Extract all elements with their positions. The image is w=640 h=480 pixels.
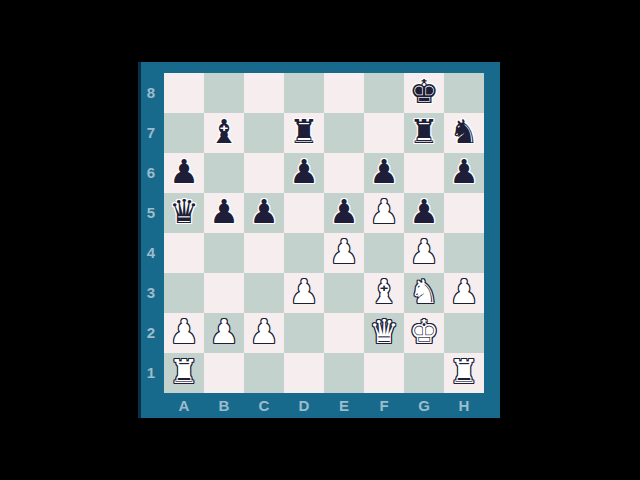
square-d5[interactable]: [284, 193, 324, 233]
square-b1[interactable]: [204, 353, 244, 393]
square-g6[interactable]: [404, 153, 444, 193]
piece-bP-a6[interactable]: ♟: [169, 153, 199, 192]
square-b6[interactable]: [204, 153, 244, 193]
square-f8[interactable]: [364, 73, 404, 113]
square-h1[interactable]: ♜: [444, 353, 484, 393]
chess-board: ♚♝♜♜♞♟♟♟♟♛♟♟♟♟♟♟♟♟♝♞♟♟♟♟♛♚♜♜: [164, 73, 484, 393]
piece-bP-b5[interactable]: ♟: [209, 193, 239, 232]
square-h7[interactable]: ♞: [444, 113, 484, 153]
piece-wB-f3[interactable]: ♝: [369, 273, 399, 312]
piece-wP-f5[interactable]: ♟: [369, 193, 399, 232]
piece-bP-g5[interactable]: ♟: [409, 193, 439, 232]
square-f5[interactable]: ♟: [364, 193, 404, 233]
square-d3[interactable]: ♟: [284, 273, 324, 313]
square-c8[interactable]: [244, 73, 284, 113]
piece-bP-f6[interactable]: ♟: [369, 153, 399, 192]
rank-label-3: 3: [141, 273, 161, 313]
square-d1[interactable]: [284, 353, 324, 393]
rank-label-6: 6: [141, 153, 161, 193]
square-a5[interactable]: ♛: [164, 193, 204, 233]
square-b2[interactable]: ♟: [204, 313, 244, 353]
piece-bP-e5[interactable]: ♟: [329, 193, 359, 232]
file-label-g: G: [404, 393, 444, 418]
square-a1[interactable]: ♜: [164, 353, 204, 393]
piece-bP-c5[interactable]: ♟: [249, 193, 279, 232]
square-h5[interactable]: [444, 193, 484, 233]
square-g3[interactable]: ♞: [404, 273, 444, 313]
piece-wP-a2[interactable]: ♟: [169, 313, 199, 352]
square-g8[interactable]: ♚: [404, 73, 444, 113]
piece-wR-a1[interactable]: ♜: [169, 353, 199, 392]
piece-bR-d7[interactable]: ♜: [289, 113, 319, 152]
letterbox-background: 87654321 ♚♝♜♜♞♟♟♟♟♛♟♟♟♟♟♟♟♟♝♞♟♟♟♟♛♚♜♜ AB…: [0, 0, 640, 480]
square-c4[interactable]: [244, 233, 284, 273]
square-a4[interactable]: [164, 233, 204, 273]
square-g4[interactable]: ♟: [404, 233, 444, 273]
square-e8[interactable]: [324, 73, 364, 113]
piece-wK-g2[interactable]: ♚: [409, 313, 439, 352]
piece-bN-h7[interactable]: ♞: [449, 113, 479, 152]
piece-wP-h3[interactable]: ♟: [449, 273, 479, 312]
rank-label-8: 8: [141, 73, 161, 113]
piece-bK-g8[interactable]: ♚: [409, 73, 439, 112]
rank-label-4: 4: [141, 233, 161, 273]
square-h6[interactable]: ♟: [444, 153, 484, 193]
square-a7[interactable]: [164, 113, 204, 153]
file-label-a: A: [164, 393, 204, 418]
rank-label-5: 5: [141, 193, 161, 233]
square-d6[interactable]: ♟: [284, 153, 324, 193]
piece-wQ-f2[interactable]: ♛: [369, 313, 399, 352]
square-e2[interactable]: [324, 313, 364, 353]
square-c3[interactable]: [244, 273, 284, 313]
square-a6[interactable]: ♟: [164, 153, 204, 193]
square-h3[interactable]: ♟: [444, 273, 484, 313]
square-c5[interactable]: ♟: [244, 193, 284, 233]
piece-wR-h1[interactable]: ♜: [449, 353, 479, 392]
rank-label-1: 1: [141, 353, 161, 393]
square-f4[interactable]: [364, 233, 404, 273]
square-e4[interactable]: ♟: [324, 233, 364, 273]
square-f7[interactable]: [364, 113, 404, 153]
square-g2[interactable]: ♚: [404, 313, 444, 353]
square-g1[interactable]: [404, 353, 444, 393]
piece-wP-g4[interactable]: ♟: [409, 233, 439, 272]
square-b5[interactable]: ♟: [204, 193, 244, 233]
file-label-d: D: [284, 393, 324, 418]
square-c2[interactable]: ♟: [244, 313, 284, 353]
rank-label-2: 2: [141, 313, 161, 353]
piece-bP-d6[interactable]: ♟: [289, 153, 319, 192]
square-b8[interactable]: [204, 73, 244, 113]
square-f2[interactable]: ♛: [364, 313, 404, 353]
chess-board-frame: 87654321 ♚♝♜♜♞♟♟♟♟♛♟♟♟♟♟♟♟♟♝♞♟♟♟♟♛♚♜♜ AB…: [138, 62, 500, 418]
square-g5[interactable]: ♟: [404, 193, 444, 233]
square-e7[interactable]: [324, 113, 364, 153]
square-b4[interactable]: [204, 233, 244, 273]
square-c7[interactable]: [244, 113, 284, 153]
square-g7[interactable]: ♜: [404, 113, 444, 153]
file-label-f: F: [364, 393, 404, 418]
square-a8[interactable]: [164, 73, 204, 113]
square-f1[interactable]: [364, 353, 404, 393]
square-h4[interactable]: [444, 233, 484, 273]
square-f6[interactable]: ♟: [364, 153, 404, 193]
square-d8[interactable]: [284, 73, 324, 113]
file-label-h: H: [444, 393, 484, 418]
piece-wP-b2[interactable]: ♟: [209, 313, 239, 352]
square-a2[interactable]: ♟: [164, 313, 204, 353]
square-h2[interactable]: [444, 313, 484, 353]
square-d2[interactable]: [284, 313, 324, 353]
square-b3[interactable]: [204, 273, 244, 313]
square-h8[interactable]: [444, 73, 484, 113]
rank-label-7: 7: [141, 113, 161, 153]
square-f3[interactable]: ♝: [364, 273, 404, 313]
square-a3[interactable]: [164, 273, 204, 313]
square-b7[interactable]: ♝: [204, 113, 244, 153]
piece-wP-e4[interactable]: ♟: [329, 233, 359, 272]
square-c6[interactable]: [244, 153, 284, 193]
piece-bR-g7[interactable]: ♜: [409, 113, 439, 152]
file-label-c: C: [244, 393, 284, 418]
square-d7[interactable]: ♜: [284, 113, 324, 153]
piece-bB-b7[interactable]: ♝: [209, 113, 239, 152]
square-d4[interactable]: [284, 233, 324, 273]
square-e3[interactable]: [324, 273, 364, 313]
square-c1[interactable]: [244, 353, 284, 393]
square-e1[interactable]: [324, 353, 364, 393]
piece-wP-c2[interactable]: ♟: [249, 313, 279, 352]
piece-bP-h6[interactable]: ♟: [449, 153, 479, 192]
file-label-b: B: [204, 393, 244, 418]
piece-bQ-a5[interactable]: ♛: [169, 193, 199, 232]
file-label-e: E: [324, 393, 364, 418]
piece-wP-d3[interactable]: ♟: [289, 273, 319, 312]
piece-wN-g3[interactable]: ♞: [409, 273, 439, 312]
square-e6[interactable]: [324, 153, 364, 193]
square-e5[interactable]: ♟: [324, 193, 364, 233]
